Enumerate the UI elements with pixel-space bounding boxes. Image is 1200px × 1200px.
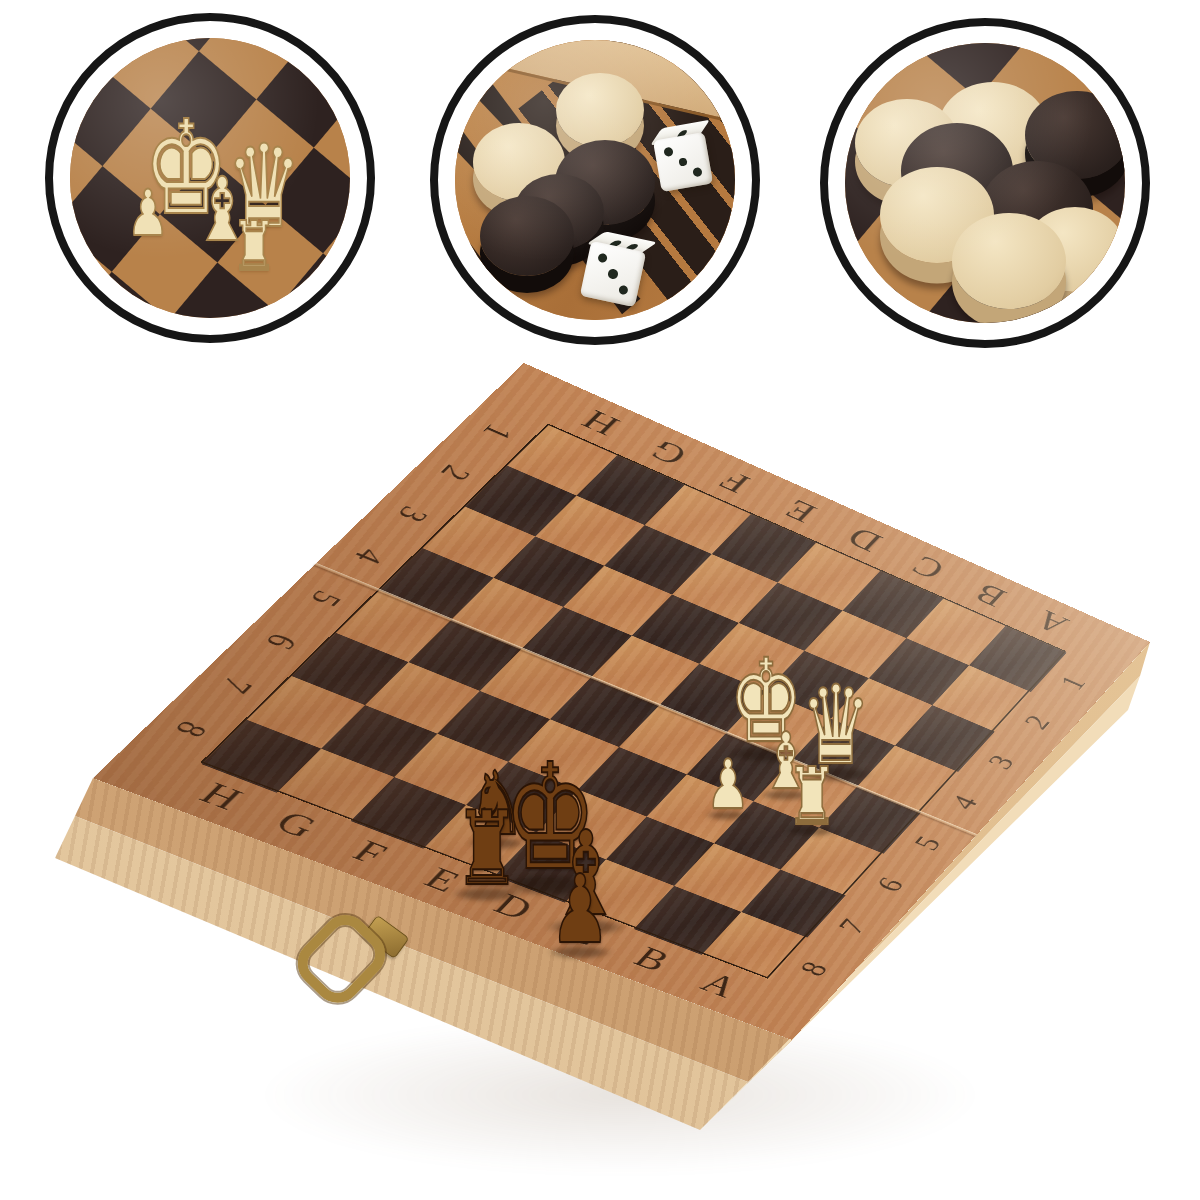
die-pip <box>692 167 702 177</box>
inset-chess-photo: ♚♛♟♝♜ <box>70 38 350 318</box>
die <box>580 241 646 307</box>
inset-rook: ♜ <box>223 215 284 280</box>
product-photo: ♚♛♟♝♜ <box>0 0 1200 1200</box>
rook-glyph: ♜ <box>786 759 837 834</box>
pawn-glyph: ♟ <box>706 753 750 818</box>
white-pawn-c6: ♟ <box>697 753 758 818</box>
inset-checkers-circle <box>820 18 1150 348</box>
sheen-overlay <box>845 43 1125 323</box>
black-pawn-b8: ♟ <box>538 865 623 955</box>
die-pip <box>618 284 629 295</box>
rook-glyph: ♜ <box>454 800 520 897</box>
rook-glyph: ♜ <box>231 215 276 280</box>
die-pip <box>663 147 673 157</box>
die-pip <box>607 268 618 279</box>
inset-backgammon-circle <box>430 15 760 345</box>
black-rook-e8: ♜ <box>441 800 533 897</box>
inset-backgammon-photo <box>455 40 735 320</box>
die-front-face <box>580 241 646 307</box>
die-front-face <box>653 132 713 192</box>
white-rook-a6: ♜ <box>777 759 848 834</box>
inset-checkers-photo <box>845 43 1125 323</box>
inset-pawn: ♟ <box>119 183 176 244</box>
die-pip <box>678 157 688 167</box>
die <box>653 132 713 192</box>
inset-chess-circle: ♚♛♟♝♜ <box>45 13 375 343</box>
pawn-glyph: ♟ <box>127 183 169 244</box>
pawn-glyph: ♟ <box>549 865 610 955</box>
die-pip <box>597 252 608 263</box>
